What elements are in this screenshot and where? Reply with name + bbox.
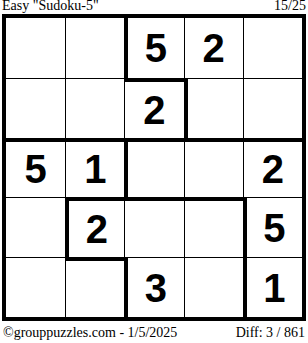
header: Easy "Sudoku-5" 15/25 <box>2 0 306 13</box>
cell-r4c5[interactable]: 5 <box>243 197 302 257</box>
copyright-text: ©grouppuzzles.com - 1/5/2025 <box>3 325 177 341</box>
cell-r4c4[interactable] <box>184 197 243 257</box>
cell-r2c3[interactable]: 2 <box>124 78 183 138</box>
cell-r4c2[interactable]: 2 <box>65 197 124 257</box>
cell-r5c5[interactable]: 1 <box>243 257 302 317</box>
cell-r1c3[interactable]: 5 <box>124 18 183 78</box>
progress-counter: 15/25 <box>274 0 306 13</box>
cell-r4c1[interactable] <box>6 197 65 257</box>
cell-r3c4[interactable] <box>184 138 243 198</box>
footer: ©grouppuzzles.com - 1/5/2025 Diff: 3 / 8… <box>3 324 305 341</box>
cell-r5c1[interactable] <box>6 257 65 317</box>
cell-r1c5[interactable] <box>243 18 302 78</box>
cell-r1c4[interactable]: 2 <box>184 18 243 78</box>
puzzle-title: Easy "Sudoku-5" <box>2 0 99 13</box>
difficulty-text: Diff: 3 / 861 <box>236 325 305 341</box>
cell-r5c2[interactable] <box>65 257 124 317</box>
cell-r5c3[interactable]: 3 <box>124 257 183 317</box>
cell-r3c2[interactable]: 1 <box>65 138 124 198</box>
cell-r2c4[interactable] <box>184 78 243 138</box>
cell-r2c5[interactable] <box>243 78 302 138</box>
cell-r5c4[interactable] <box>184 257 243 317</box>
cell-r3c3[interactable] <box>124 138 183 198</box>
cell-r1c2[interactable] <box>65 18 124 78</box>
cell-r4c3[interactable] <box>124 197 183 257</box>
cell-r2c2[interactable] <box>65 78 124 138</box>
cell-r3c5[interactable]: 2 <box>243 138 302 198</box>
cell-r2c1[interactable] <box>6 78 65 138</box>
cell-r1c1[interactable] <box>6 18 65 78</box>
cell-r3c1[interactable]: 5 <box>6 138 65 198</box>
sudoku-grid: 5225122531 <box>2 14 306 321</box>
